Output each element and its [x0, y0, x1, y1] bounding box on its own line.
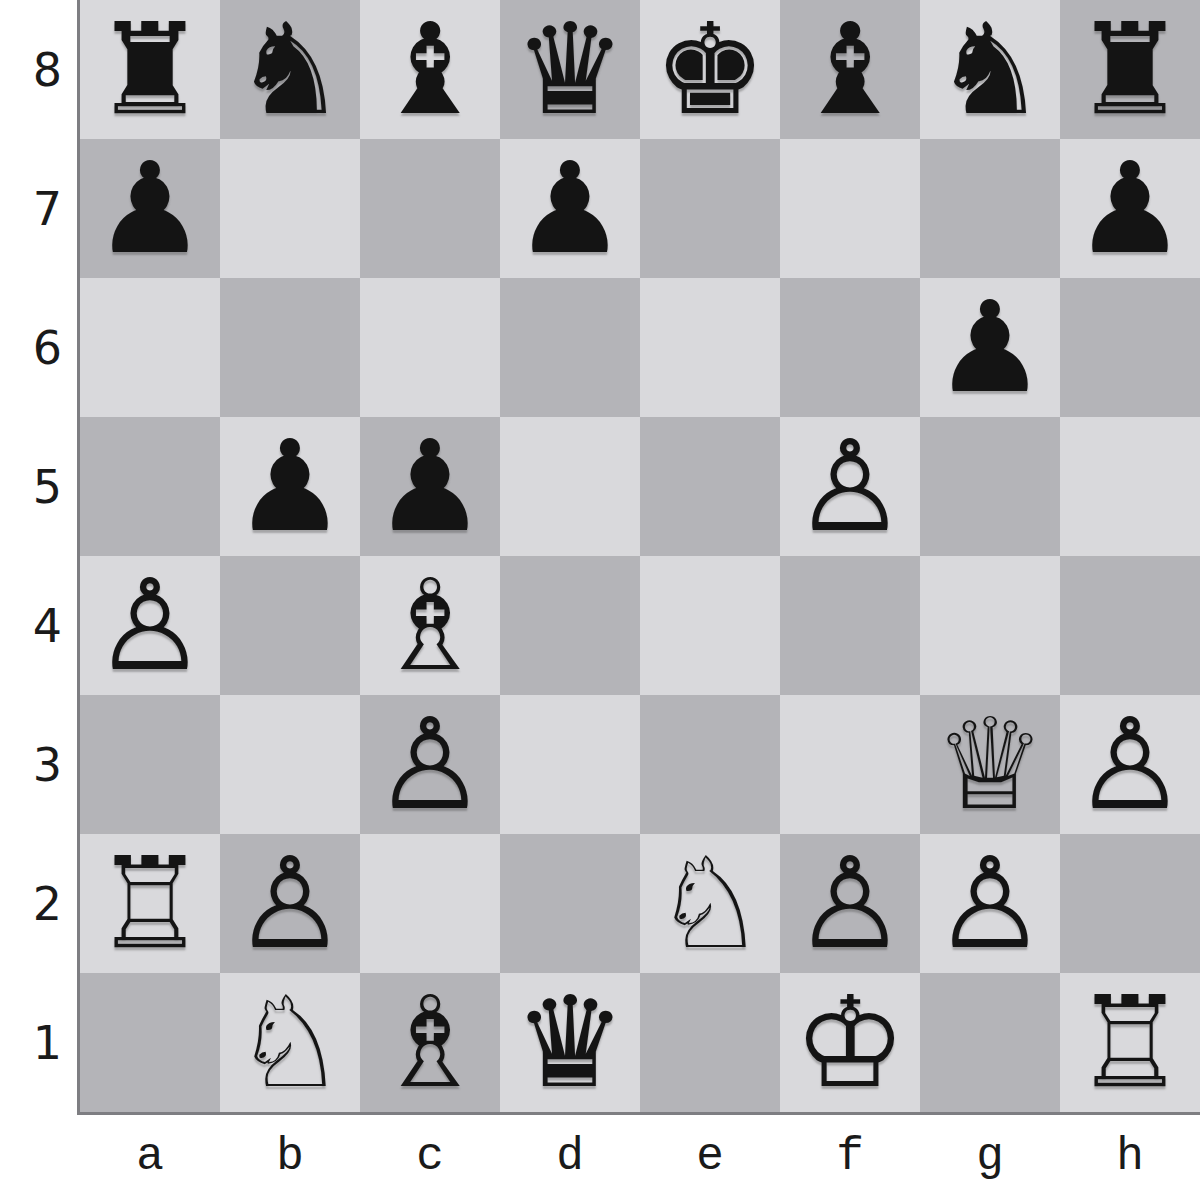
square-h6[interactable]: [1060, 278, 1200, 417]
piece-black-pawn[interactable]: ♟: [934, 278, 1047, 417]
piece-black-pawn[interactable]: ♟: [234, 417, 347, 556]
piece-white-knight[interactable]: ♘: [234, 973, 347, 1112]
square-h2[interactable]: [1060, 834, 1200, 973]
rank-label-5: 5: [0, 417, 77, 556]
square-a1[interactable]: [80, 973, 220, 1112]
rank-label-7: 7: [0, 139, 77, 278]
square-e6[interactable]: [640, 278, 780, 417]
square-a6[interactable]: [80, 278, 220, 417]
square-a7[interactable]: ♟: [80, 139, 220, 278]
square-f8[interactable]: ♝: [780, 0, 920, 139]
square-d1[interactable]: ♛: [500, 973, 640, 1112]
piece-black-queen[interactable]: ♛: [514, 973, 627, 1112]
file-label-f: f: [780, 1115, 920, 1198]
square-b4[interactable]: [220, 556, 360, 695]
piece-white-knight[interactable]: ♘: [654, 834, 767, 973]
file-label-e: e: [640, 1115, 780, 1198]
square-d7[interactable]: ♟: [500, 139, 640, 278]
chess-diagram: 87654321 ♜♞♝♛♚♝♞♜♟♟♟♟♟♟♙♙♗♙♕♙♖♙♘♙♙♘♗♛♔♖ …: [0, 0, 1200, 1198]
square-e2[interactable]: ♘: [640, 834, 780, 973]
piece-black-bishop[interactable]: ♝: [374, 0, 487, 139]
square-c4[interactable]: ♗: [360, 556, 500, 695]
piece-black-rook[interactable]: ♜: [1074, 0, 1187, 139]
square-g2[interactable]: ♙: [920, 834, 1060, 973]
piece-black-pawn[interactable]: ♟: [374, 417, 487, 556]
piece-black-knight[interactable]: ♞: [234, 0, 347, 139]
piece-white-bishop[interactable]: ♗: [374, 973, 487, 1112]
piece-white-bishop[interactable]: ♗: [374, 556, 487, 695]
piece-white-pawn[interactable]: ♙: [1074, 695, 1187, 834]
square-a5[interactable]: [80, 417, 220, 556]
rank-label-6: 6: [0, 278, 77, 417]
square-g4[interactable]: [920, 556, 1060, 695]
square-h1[interactable]: ♖: [1060, 973, 1200, 1112]
piece-black-pawn[interactable]: ♟: [1074, 139, 1187, 278]
piece-white-rook[interactable]: ♖: [1074, 973, 1187, 1112]
square-b7[interactable]: [220, 139, 360, 278]
chess-board: ♜♞♝♛♚♝♞♜♟♟♟♟♟♟♙♙♗♙♕♙♖♙♘♙♙♘♗♛♔♖: [77, 0, 1200, 1115]
square-f5[interactable]: ♙: [780, 417, 920, 556]
square-g7[interactable]: [920, 139, 1060, 278]
square-h3[interactable]: ♙: [1060, 695, 1200, 834]
piece-white-pawn[interactable]: ♙: [374, 695, 487, 834]
piece-black-pawn[interactable]: ♟: [94, 139, 207, 278]
square-c5[interactable]: ♟: [360, 417, 500, 556]
square-b6[interactable]: [220, 278, 360, 417]
square-b1[interactable]: ♘: [220, 973, 360, 1112]
square-c8[interactable]: ♝: [360, 0, 500, 139]
square-a3[interactable]: [80, 695, 220, 834]
piece-black-king[interactable]: ♚: [654, 0, 767, 139]
square-h8[interactable]: ♜: [1060, 0, 1200, 139]
square-d3[interactable]: [500, 695, 640, 834]
piece-white-pawn[interactable]: ♙: [234, 834, 347, 973]
square-c3[interactable]: ♙: [360, 695, 500, 834]
rank-label-1: 1: [0, 973, 77, 1112]
file-label-g: g: [920, 1115, 1060, 1198]
file-labels: abcdefgh: [80, 1115, 1200, 1198]
piece-white-queen[interactable]: ♕: [934, 695, 1047, 834]
piece-white-pawn[interactable]: ♙: [94, 556, 207, 695]
piece-black-rook[interactable]: ♜: [94, 0, 207, 139]
square-c2[interactable]: [360, 834, 500, 973]
piece-black-queen[interactable]: ♛: [514, 0, 627, 139]
square-b8[interactable]: ♞: [220, 0, 360, 139]
square-f2[interactable]: ♙: [780, 834, 920, 973]
square-b2[interactable]: ♙: [220, 834, 360, 973]
square-f1[interactable]: ♔: [780, 973, 920, 1112]
square-a2[interactable]: ♖: [80, 834, 220, 973]
square-c7[interactable]: [360, 139, 500, 278]
square-b3[interactable]: [220, 695, 360, 834]
square-g8[interactable]: ♞: [920, 0, 1060, 139]
square-a8[interactable]: ♜: [80, 0, 220, 139]
file-label-c: c: [360, 1115, 500, 1198]
piece-white-pawn[interactable]: ♙: [794, 417, 907, 556]
piece-white-pawn[interactable]: ♙: [794, 834, 907, 973]
piece-black-bishop[interactable]: ♝: [794, 0, 907, 139]
square-g3[interactable]: ♕: [920, 695, 1060, 834]
square-e5[interactable]: [640, 417, 780, 556]
rank-label-8: 8: [0, 0, 77, 139]
rank-label-4: 4: [0, 556, 77, 695]
square-c1[interactable]: ♗: [360, 973, 500, 1112]
square-e7[interactable]: [640, 139, 780, 278]
square-g6[interactable]: ♟: [920, 278, 1060, 417]
square-b5[interactable]: ♟: [220, 417, 360, 556]
square-e1[interactable]: [640, 973, 780, 1112]
square-h4[interactable]: [1060, 556, 1200, 695]
square-c6[interactable]: [360, 278, 500, 417]
file-label-h: h: [1060, 1115, 1200, 1198]
file-label-a: a: [80, 1115, 220, 1198]
rank-label-2: 2: [0, 834, 77, 973]
square-h7[interactable]: ♟: [1060, 139, 1200, 278]
piece-black-knight[interactable]: ♞: [934, 0, 1047, 139]
square-d8[interactable]: ♛: [500, 0, 640, 139]
square-h5[interactable]: [1060, 417, 1200, 556]
file-label-d: d: [500, 1115, 640, 1198]
square-a4[interactable]: ♙: [80, 556, 220, 695]
square-e8[interactable]: ♚: [640, 0, 780, 139]
square-d5[interactable]: [500, 417, 640, 556]
square-g5[interactable]: [920, 417, 1060, 556]
file-label-b: b: [220, 1115, 360, 1198]
square-d4[interactable]: [500, 556, 640, 695]
piece-black-pawn[interactable]: ♟: [514, 139, 627, 278]
square-f4[interactable]: [780, 556, 920, 695]
square-f7[interactable]: [780, 139, 920, 278]
square-g1[interactable]: [920, 973, 1060, 1112]
square-f3[interactable]: [780, 695, 920, 834]
square-d2[interactable]: [500, 834, 640, 973]
rank-label-3: 3: [0, 695, 77, 834]
square-e4[interactable]: [640, 556, 780, 695]
square-d6[interactable]: [500, 278, 640, 417]
square-e3[interactable]: [640, 695, 780, 834]
piece-white-rook[interactable]: ♖: [94, 834, 207, 973]
piece-white-king[interactable]: ♔: [794, 973, 907, 1112]
square-f6[interactable]: [780, 278, 920, 417]
rank-labels: 87654321: [0, 0, 77, 1112]
piece-white-pawn[interactable]: ♙: [934, 834, 1047, 973]
